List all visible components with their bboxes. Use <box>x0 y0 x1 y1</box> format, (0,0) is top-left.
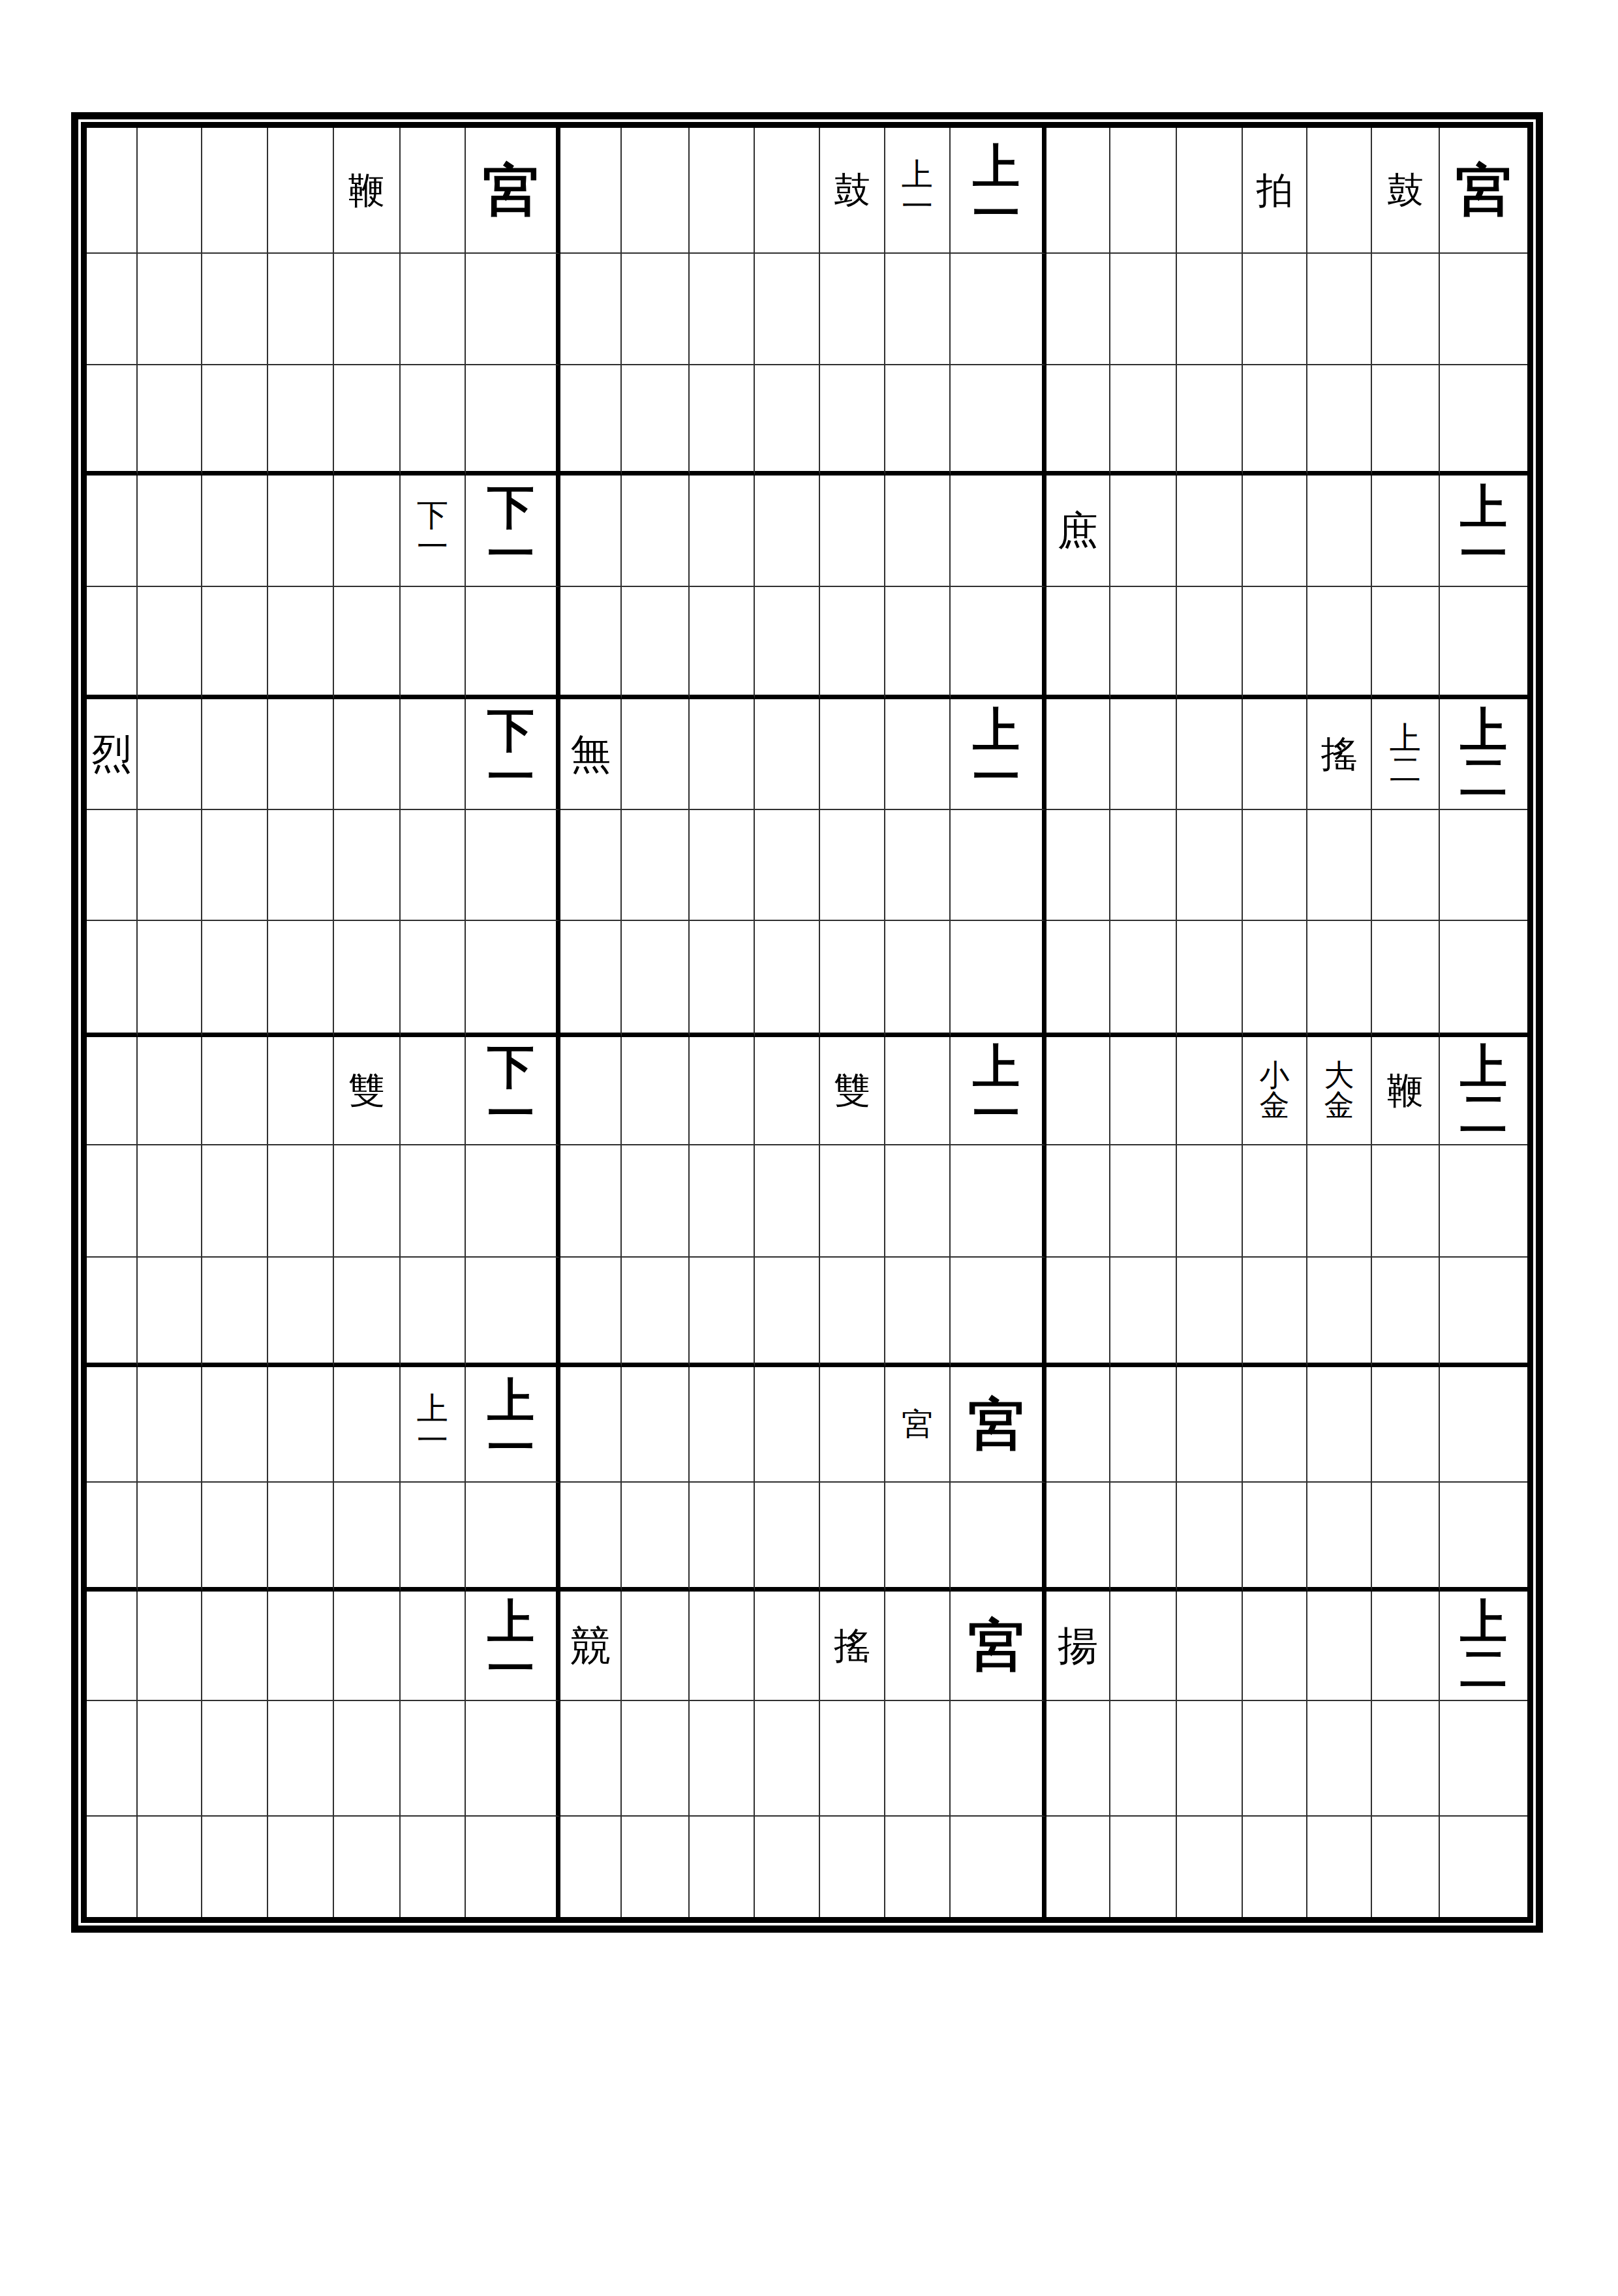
melody-note-big: 下一 <box>487 484 534 578</box>
glyph-char: 二 <box>1390 754 1421 785</box>
glyph-char: 一 <box>902 190 933 222</box>
jeonggan-cell <box>951 921 1046 1037</box>
jeonggan-cell <box>268 1037 334 1145</box>
jeonggan-cell <box>690 699 755 810</box>
glyph-char: 一 <box>417 1425 448 1456</box>
percussion-mark: 搖 <box>834 1627 870 1664</box>
jeonggan-cell <box>755 1145 820 1258</box>
jeonggan-cell <box>622 1592 690 1701</box>
glyph-char: 上 <box>417 1393 448 1425</box>
glyph-char: 上 <box>973 707 1020 754</box>
jeonggan-cell <box>622 1701 690 1817</box>
jeonggan-cell <box>1177 921 1243 1037</box>
lyric-syllable: 庶 <box>1058 511 1098 551</box>
jeonggan-cell <box>1110 1145 1177 1258</box>
glyph-char: 搖 <box>834 1627 870 1664</box>
jeonggan-cell <box>466 1817 560 1917</box>
glyph-char: 搖 <box>1321 736 1358 772</box>
jeonggan-cell <box>951 254 1046 365</box>
jeonggan-cell <box>1110 1817 1177 1917</box>
jeonggan-cell <box>755 1258 820 1367</box>
jeonggan-cell <box>138 254 202 365</box>
lyric-syllable: 烈 <box>91 734 132 774</box>
jeonggan-cell <box>1372 1592 1440 1701</box>
jeonggan-cell: 雙 <box>820 1037 885 1145</box>
jeonggan-cell <box>951 1145 1046 1258</box>
jeonggan-cell <box>401 1701 466 1817</box>
jeonggan-cell <box>560 1701 622 1817</box>
jeonggan-cell <box>885 1701 951 1817</box>
jeonggan-cell <box>334 921 401 1037</box>
jeonggan-cell <box>401 254 466 365</box>
jeonggan-cell <box>334 1258 401 1367</box>
glyph-char: 雙 <box>834 1072 870 1109</box>
jeonggan-cell <box>1440 254 1527 365</box>
jeonggan-cell: 揚 <box>1046 1592 1110 1701</box>
jeonggan-cell <box>755 254 820 365</box>
jeonggan-cell <box>690 1483 755 1592</box>
glyph-char: 上 <box>1460 484 1507 531</box>
jeonggan-cell <box>885 1145 951 1258</box>
melody-note-big: 宮 <box>1456 162 1512 219</box>
jeonggan-cell <box>1440 1258 1527 1367</box>
melody-note-big: 上一 <box>973 707 1020 801</box>
jeonggan-cell <box>1372 810 1440 921</box>
jeonggan-cell: 上一 <box>951 1037 1046 1145</box>
jeonggan-cell <box>202 1258 268 1367</box>
jeonggan-cell <box>1372 1145 1440 1258</box>
jeonggan-cell <box>401 1258 466 1367</box>
jeonggan-cell <box>690 1367 755 1483</box>
jeonggan-cell <box>690 1145 755 1258</box>
jeonggan-cell: 小金 <box>1243 1037 1307 1145</box>
melody-note-big: 宮 <box>968 1618 1024 1674</box>
jeonggan-cell <box>1307 921 1372 1037</box>
jeonggan-cell <box>401 1483 466 1592</box>
jeonggan-cell <box>1177 1483 1243 1592</box>
jeonggan-cell <box>622 365 690 476</box>
jeonggan-cell <box>401 128 466 254</box>
jeonggan-cell <box>1372 921 1440 1037</box>
jeonggan-cell <box>466 1701 560 1817</box>
jeonggan-cell <box>138 810 202 921</box>
jeonggan-cell <box>202 1145 268 1258</box>
jeonggan-cell <box>1177 254 1243 365</box>
jeonggan-cell <box>885 1258 951 1367</box>
jeonggan-cell <box>202 810 268 921</box>
jeonggan-cell <box>622 1258 690 1367</box>
jeonggan-cell <box>202 476 268 587</box>
jeonggan-cell <box>951 1483 1046 1592</box>
jeonggan-cell <box>87 1367 138 1483</box>
jeonggan-cell <box>1046 1483 1110 1592</box>
glyph-char: 宮 <box>968 1618 1024 1674</box>
jeonggan-cell <box>622 1817 690 1917</box>
jeonggan-cell <box>401 699 466 810</box>
jeonggan-cell <box>690 1258 755 1367</box>
jeonggan-cell <box>334 1817 401 1917</box>
jeonggan-cell <box>202 254 268 365</box>
jeonggan-cell <box>1110 921 1177 1037</box>
jeonggan-cell <box>1243 1817 1307 1917</box>
jeonggan-cell <box>622 1145 690 1258</box>
jeonggan-cell <box>1307 128 1372 254</box>
jeonggan-cell <box>820 1145 885 1258</box>
jeonggan-cell <box>202 365 268 476</box>
jeonggan-cell <box>1440 1145 1527 1258</box>
jeonggan-cell <box>268 128 334 254</box>
jeonggan-cell: 上二 <box>1440 1592 1527 1701</box>
jeonggan-cell: 庶 <box>1046 476 1110 587</box>
glyph-char: 下 <box>487 707 534 754</box>
jeonggan-cell <box>1243 1592 1307 1701</box>
jeonggan-cell <box>87 810 138 921</box>
jeonggan-cell <box>1372 254 1440 365</box>
jeonggan-cell <box>268 1483 334 1592</box>
jeonggan-cell <box>334 365 401 476</box>
jeonggan-cell <box>1110 1367 1177 1483</box>
jeonggan-cell <box>1307 476 1372 587</box>
jeonggan-cell <box>1307 254 1372 365</box>
jeonggan-cell <box>951 1701 1046 1817</box>
jeonggan-cell <box>1110 1037 1177 1145</box>
jeonggan-cell <box>1307 1258 1372 1367</box>
glyph-char: 鼓 <box>1387 172 1424 209</box>
jeonggan-cell <box>1307 1701 1372 1817</box>
jeonggan-cell <box>202 699 268 810</box>
jeonggan-cell <box>138 365 202 476</box>
glyph-char: 一 <box>487 754 534 801</box>
melody-note-small: 下一 <box>417 500 448 562</box>
jeonggan-cell <box>87 1592 138 1701</box>
glyph-char: 二 <box>1460 1646 1507 1693</box>
jeonggan-cell <box>1046 587 1110 699</box>
jeonggan-cell <box>885 810 951 921</box>
jeonggan-cell <box>401 1145 466 1258</box>
jeonggan-cell <box>466 1145 560 1258</box>
jeonggan-cell <box>334 254 401 365</box>
jeonggan-cell <box>1177 1592 1243 1701</box>
jeonggan-cell <box>138 1367 202 1483</box>
melody-note-big: 上一 <box>973 1044 1020 1138</box>
jeonggan-cell <box>268 587 334 699</box>
jeonggan-cell: 鼓 <box>1372 128 1440 254</box>
jeonggan-cell <box>466 365 560 476</box>
jeonggan-cell: 上二 <box>1372 699 1440 810</box>
percussion-mark: 拍 <box>1257 172 1293 209</box>
jeonggan-cell <box>401 1037 466 1145</box>
glyph-char: 二 <box>1460 1091 1507 1138</box>
glyph-char: 下 <box>487 1044 534 1091</box>
jeonggan-cell <box>202 921 268 1037</box>
jeonggan-cell <box>1372 1817 1440 1917</box>
glyph-char: 下 <box>487 484 534 531</box>
jeonggan-cell: 烈 <box>87 699 138 810</box>
jeonggan-cell <box>755 587 820 699</box>
jeonggan-cell <box>1046 1037 1110 1145</box>
glyph-char: 上 <box>973 143 1020 190</box>
glyph-char: 一 <box>487 1646 534 1693</box>
jeonggan-cell <box>268 365 334 476</box>
jeonggan-cell <box>466 587 560 699</box>
jeonggan-cell <box>690 365 755 476</box>
jeonggan-cell <box>334 587 401 699</box>
jeonggan-cell <box>1177 587 1243 699</box>
jeonggan-cell <box>1046 128 1110 254</box>
jeonggan-cell <box>622 1037 690 1145</box>
jeonggan-cell <box>755 699 820 810</box>
glyph-char: 上 <box>973 1044 1020 1091</box>
glyph-char: 小 <box>1260 1061 1290 1091</box>
jeonggan-cell <box>1177 1367 1243 1483</box>
jeonggan-cell <box>1372 365 1440 476</box>
jeonggan-cell <box>885 1817 951 1917</box>
jeonggan-cell <box>560 921 622 1037</box>
jeonggan-cell <box>1243 810 1307 921</box>
jeonggan-cell <box>560 476 622 587</box>
glyph-char: 上 <box>1460 1599 1507 1646</box>
percussion-mark: 鼓 <box>834 172 870 209</box>
jeonggan-cell <box>1440 1701 1527 1817</box>
jeonggan-cell <box>1372 1483 1440 1592</box>
jeonggan-cell <box>1177 128 1243 254</box>
glyph-char: 宮 <box>1456 162 1512 219</box>
jeonggan-cell: 大金 <box>1307 1037 1372 1145</box>
jeonggan-cell <box>560 128 622 254</box>
jeonggan-cell <box>820 1258 885 1367</box>
jeonggan-cell <box>1372 1258 1440 1367</box>
jeonggan-cell <box>690 921 755 1037</box>
jeonggan-cell <box>622 128 690 254</box>
glyph-char: 雙 <box>348 1072 385 1109</box>
jeonggan-cell <box>202 587 268 699</box>
jeonggan-cell <box>820 1483 885 1592</box>
jeonggan-cell: 無 <box>560 699 622 810</box>
jeonggan-cell <box>1440 1367 1527 1483</box>
jeonggan-cell: 宮 <box>1440 128 1527 254</box>
jeonggan-cell <box>87 921 138 1037</box>
jeonggan-cell: 上一 <box>885 128 951 254</box>
jeonggan-cell: 上一 <box>951 699 1046 810</box>
percussion-mark: 小金 <box>1260 1061 1290 1121</box>
jeonggan-cell <box>87 476 138 587</box>
jeonggan-cell <box>885 587 951 699</box>
percussion-mark: 鼓 <box>1387 172 1424 209</box>
jeonggan-cell <box>690 587 755 699</box>
jeonggan-cell <box>1440 921 1527 1037</box>
jeonggan-cell <box>755 365 820 476</box>
jeonggan-cell <box>466 810 560 921</box>
jeongganbo-board-frame: 鞭宮鼓上一上一拍鼓宮下一下一庶上一烈下一無上一搖上二上二雙下一雙上一小金大金鞭上… <box>71 112 1543 1933</box>
jeonggan-cell <box>1243 1258 1307 1367</box>
jeonggan-cell <box>202 1037 268 1145</box>
jeonggan-cell <box>466 1483 560 1592</box>
jeonggan-cell <box>820 365 885 476</box>
jeonggan-cell <box>622 699 690 810</box>
jeonggan-cell <box>1440 810 1527 921</box>
jeonggan-cell <box>755 128 820 254</box>
jeonggan-cell: 拍 <box>1243 128 1307 254</box>
jeonggan-cell <box>755 1701 820 1817</box>
jeonggan-cell <box>755 1592 820 1701</box>
jeonggan-cell <box>138 1701 202 1817</box>
jeonggan-cell: 宮 <box>466 128 560 254</box>
jeonggan-cell: 宮 <box>951 1592 1046 1701</box>
jeonggan-cell <box>1177 699 1243 810</box>
jeonggan-cell: 鼓 <box>820 128 885 254</box>
jeonggan-cell <box>1307 810 1372 921</box>
jeonggan-cell: 搖 <box>820 1592 885 1701</box>
jeonggan-cell <box>268 1592 334 1701</box>
jeonggan-cell <box>401 921 466 1037</box>
jeonggan-cell <box>1110 587 1177 699</box>
melody-note-big: 宮 <box>968 1397 1024 1453</box>
jeonggan-cell <box>560 1483 622 1592</box>
jeonggan-cell: 上一 <box>466 1367 560 1483</box>
jeonggan-cell <box>334 1592 401 1701</box>
jeonggan-cell <box>622 1483 690 1592</box>
melody-note-big: 上一 <box>487 1378 534 1472</box>
glyph-char: 鞭 <box>348 172 385 209</box>
jeonggan-cell <box>560 587 622 699</box>
jeonggan-cell <box>885 1037 951 1145</box>
glyph-char: 一 <box>487 531 534 578</box>
jeonggan-cell <box>755 810 820 921</box>
jeonggan-cell <box>138 921 202 1037</box>
jeonggan-cell <box>1046 810 1110 921</box>
percussion-mark: 鞭 <box>1387 1072 1424 1109</box>
jeonggan-cell <box>1243 1367 1307 1483</box>
jeonggan-cell <box>202 1592 268 1701</box>
jeonggan-cell <box>1307 1817 1372 1917</box>
jeonggan-cell: 下一 <box>401 476 466 587</box>
jeonggan-cell <box>87 1483 138 1592</box>
jeonggan-cell <box>1243 476 1307 587</box>
jeonggan-cell <box>138 1258 202 1367</box>
jeonggan-cell <box>268 921 334 1037</box>
jeonggan-cell <box>690 1037 755 1145</box>
jeonggan-cell <box>334 699 401 810</box>
jeonggan-cell: 鞭 <box>334 128 401 254</box>
jeonggan-cell <box>1307 1592 1372 1701</box>
jeonggan-cell <box>1177 810 1243 921</box>
jeonggan-cell: 上一 <box>951 128 1046 254</box>
jeonggan-cell <box>1372 587 1440 699</box>
jeonggan-cell <box>951 476 1046 587</box>
jeonggan-cell <box>951 1817 1046 1917</box>
jeonggan-cell <box>622 587 690 699</box>
jeonggan-cell: 上一 <box>401 1367 466 1483</box>
lyric-syllable: 揚 <box>1058 1625 1098 1666</box>
jeonggan-cell <box>1046 699 1110 810</box>
jeonggan-cell <box>1372 1701 1440 1817</box>
glyph-char: 宮 <box>483 162 539 219</box>
jeonggan-cell <box>202 1367 268 1483</box>
jeonggan-cell: 宮 <box>885 1367 951 1483</box>
jeonggan-cell <box>951 587 1046 699</box>
jeonggan-cell <box>820 476 885 587</box>
jeonggan-cell <box>1243 1483 1307 1592</box>
jeonggan-cell <box>138 587 202 699</box>
jeonggan-cell <box>268 1367 334 1483</box>
jeonggan-cell <box>1110 254 1177 365</box>
jeonggan-cell: 下一 <box>466 699 560 810</box>
glyph-char: 一 <box>1460 531 1507 578</box>
glyph-char: 一 <box>417 531 448 562</box>
jeonggan-cell <box>401 1592 466 1701</box>
jeonggan-cell <box>560 1037 622 1145</box>
jeonggan-cell <box>560 1145 622 1258</box>
jeonggan-cell <box>885 365 951 476</box>
glyph-char: 上 <box>1390 723 1421 754</box>
jeonggan-cell <box>1177 476 1243 587</box>
jeonggan-cell: 下一 <box>466 476 560 587</box>
glyph-char: 拍 <box>1257 172 1293 209</box>
glyph-char: 一 <box>973 754 1020 801</box>
jeonggan-cell <box>951 810 1046 921</box>
jeonggan-cell <box>1046 1817 1110 1917</box>
jeonggan-cell <box>202 1483 268 1592</box>
percussion-mark: 鞭 <box>348 172 385 209</box>
jeonggan-cell <box>268 1145 334 1258</box>
melody-note-big: 宮 <box>483 162 539 219</box>
jeonggan-cell <box>690 254 755 365</box>
jeonggan-cell <box>268 699 334 810</box>
melody-note-small: 宮 <box>902 1409 933 1440</box>
jeonggan-cell <box>334 1483 401 1592</box>
jeonggan-cell <box>87 365 138 476</box>
jeonggan-cell: 上一 <box>1440 476 1527 587</box>
melody-note-big: 上一 <box>1460 484 1507 578</box>
jeonggan-cell <box>1177 1145 1243 1258</box>
jeonggan-cell <box>268 1258 334 1367</box>
jeonggan-cell <box>202 1701 268 1817</box>
jeonggan-cell <box>87 1145 138 1258</box>
glyph-char: 上 <box>1460 707 1507 754</box>
jeonggan-cell <box>87 1817 138 1917</box>
jeonggan-cell <box>1243 699 1307 810</box>
jeonggan-cell <box>334 810 401 921</box>
jeonggan-cell <box>138 1145 202 1258</box>
jeonggan-cell <box>1046 1701 1110 1817</box>
jeonggan-cell: 上二 <box>1440 699 1527 810</box>
jeonggan-cell <box>1110 476 1177 587</box>
jeonggan-cell <box>951 365 1046 476</box>
jeonggan-cell <box>820 587 885 699</box>
jeonggan-cell <box>1177 1817 1243 1917</box>
jeonggan-cell <box>1177 1701 1243 1817</box>
jeonggan-cell <box>1110 1592 1177 1701</box>
jeonggan-cell <box>334 1367 401 1483</box>
glyph-char: 大 <box>1324 1061 1354 1091</box>
jeonggan-cell <box>885 1592 951 1701</box>
jeonggan-cell: 宮 <box>951 1367 1046 1483</box>
jeongganbo-board: 鞭宮鼓上一上一拍鼓宮下一下一庶上一烈下一無上一搖上二上二雙下一雙上一小金大金鞭上… <box>87 128 1527 1917</box>
jeonggan-cell <box>401 1817 466 1917</box>
melody-note-big: 上二 <box>1460 1044 1507 1138</box>
jeonggan-cell <box>622 921 690 1037</box>
jeonggan-cell <box>334 1701 401 1817</box>
percussion-mark: 雙 <box>348 1072 385 1109</box>
jeonggan-cell <box>560 254 622 365</box>
jeonggan-cell: 下一 <box>466 1037 560 1145</box>
percussion-mark: 雙 <box>834 1072 870 1109</box>
melody-note-small: 上一 <box>417 1393 448 1456</box>
glyph-char: 宮 <box>968 1397 1024 1453</box>
jeonggan-cell <box>622 1367 690 1483</box>
jeonggan-cell <box>1110 128 1177 254</box>
jeonggan-cell <box>1307 587 1372 699</box>
